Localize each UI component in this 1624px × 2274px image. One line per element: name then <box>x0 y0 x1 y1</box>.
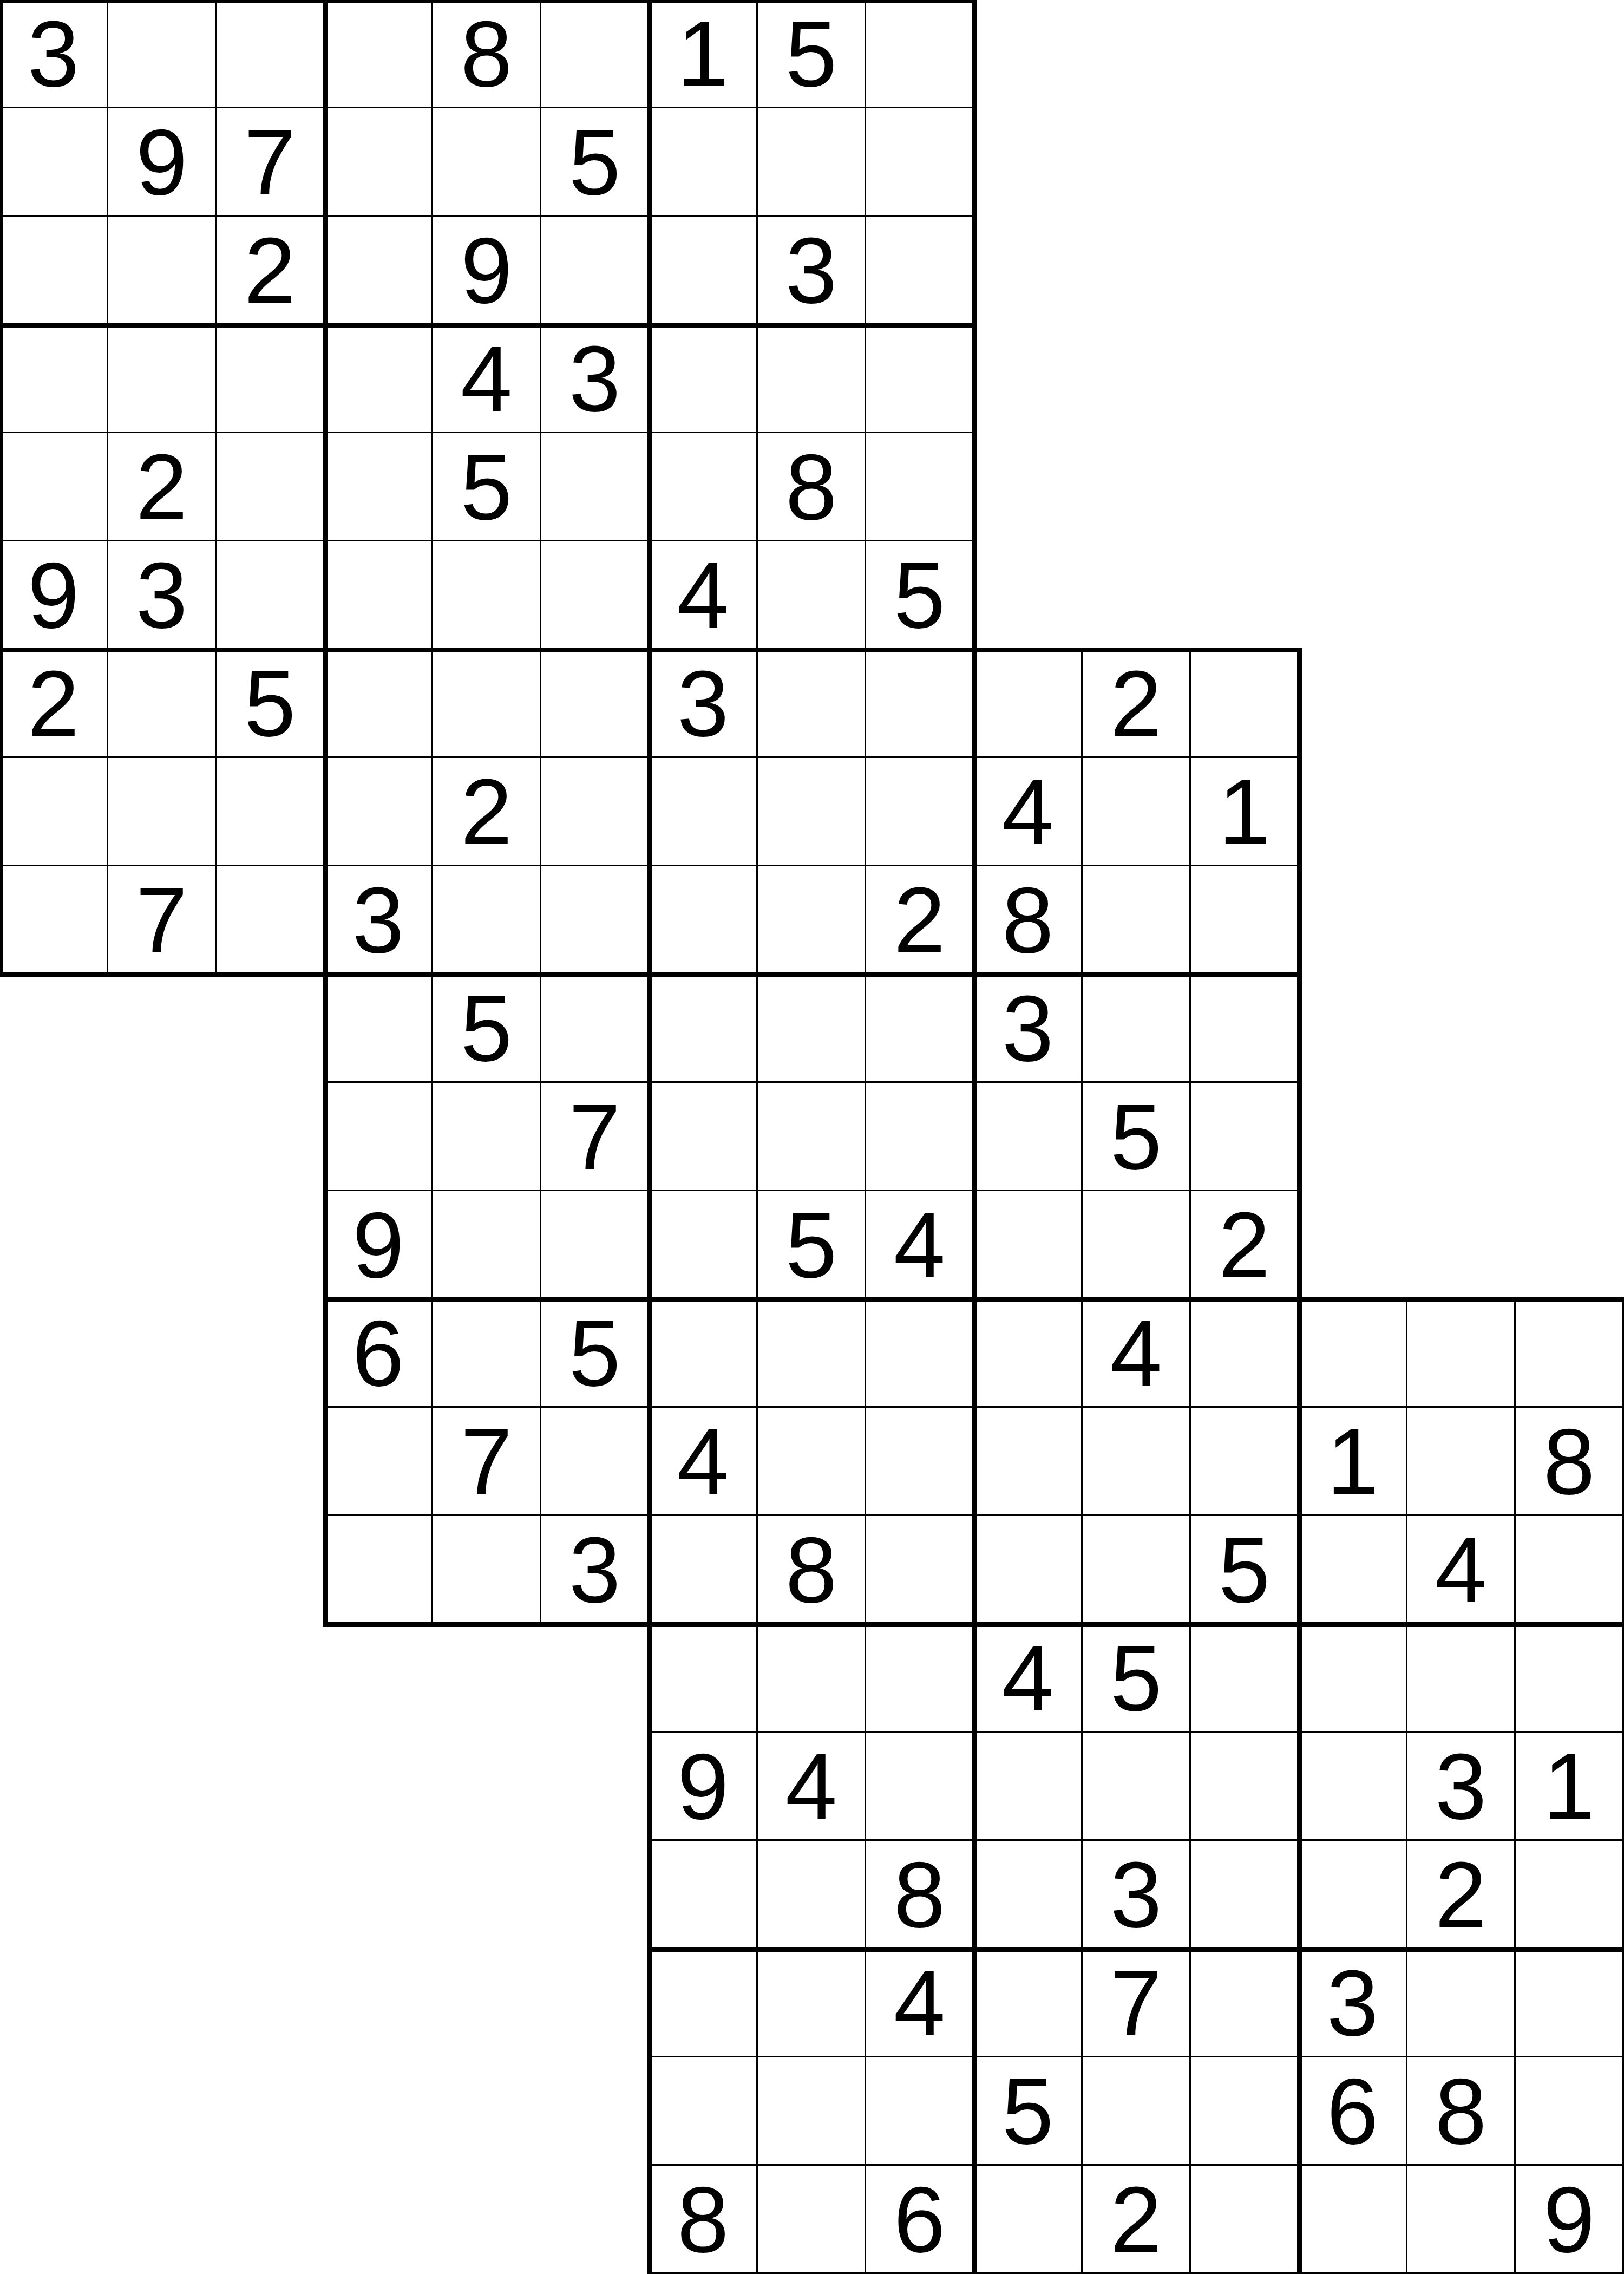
cell-r12c6-empty[interactable] <box>541 1191 650 1299</box>
cell-r19c12-empty[interactable] <box>1191 1949 1299 2057</box>
cell-r12c7-empty[interactable] <box>650 1191 758 1299</box>
cell-r13c12-empty[interactable] <box>1191 1299 1299 1408</box>
grid-3-hline-3 <box>647 1622 1624 1627</box>
cell-r14c5-given[interactable]: 7 <box>433 1408 541 1516</box>
cell-r8c5-given[interactable]: 2 <box>433 758 541 866</box>
cell-r3c7-empty[interactable] <box>650 217 758 325</box>
cell-r18c10-empty[interactable] <box>974 1841 1083 1949</box>
cell-r16c11-given[interactable]: 5 <box>1083 1624 1191 1733</box>
cell-r20c13-given[interactable]: 6 <box>1299 2057 1407 2166</box>
cell-r4c1-empty[interactable] <box>0 325 108 433</box>
cell-r19c13-given[interactable]: 3 <box>1299 1949 1407 2057</box>
cell-r10c8-empty[interactable] <box>758 975 866 1083</box>
grid-3-vline-3 <box>972 1297 977 2274</box>
grid-3-vline-0 <box>647 1297 652 2274</box>
cell-r18c9-given[interactable]: 8 <box>866 1841 974 1949</box>
cell-r9c10-given[interactable]: 8 <box>974 866 1083 975</box>
cell-r7c6-empty[interactable] <box>541 650 650 758</box>
cell-r16c13-empty[interactable] <box>1299 1624 1407 1733</box>
cell-r20c11-empty[interactable] <box>1083 2057 1191 2166</box>
cell-r10c11-empty[interactable] <box>1083 975 1191 1083</box>
cell-r14c11-empty[interactable] <box>1083 1408 1191 1516</box>
cell-r15c8-given[interactable]: 8 <box>758 1516 866 1624</box>
cell-r10c12-empty[interactable] <box>1191 975 1299 1083</box>
cell-r3c3-given[interactable]: 2 <box>217 217 325 325</box>
cell-r2c7-empty[interactable] <box>650 108 758 217</box>
cell-r11c12-empty[interactable] <box>1191 1083 1299 1191</box>
cell-r5c2-given[interactable]: 2 <box>108 433 217 541</box>
cell-r5c8-given[interactable]: 8 <box>758 433 866 541</box>
cell-r9c6-empty[interactable] <box>541 866 650 975</box>
cell-r11c5-empty[interactable] <box>433 1083 541 1191</box>
cell-r12c4-given[interactable]: 9 <box>325 1191 433 1299</box>
cell-r15c4-empty[interactable] <box>325 1516 433 1624</box>
cell-r19c9-given[interactable]: 4 <box>866 1949 974 2057</box>
cell-r14c14-empty[interactable] <box>1407 1408 1516 1516</box>
cell-r16c12-empty[interactable] <box>1191 1624 1299 1733</box>
cell-r18c14-given[interactable]: 2 <box>1407 1841 1516 1949</box>
cell-r17c15-given[interactable]: 1 <box>1516 1733 1624 1841</box>
cell-r10c10-given[interactable]: 3 <box>974 975 1083 1083</box>
cell-r20c10-given[interactable]: 5 <box>974 2057 1083 2166</box>
cell-r9c12-empty[interactable] <box>1191 866 1299 975</box>
cell-r7c10-empty[interactable] <box>974 650 1083 758</box>
cell-r2c2-given[interactable]: 9 <box>108 108 217 217</box>
cell-r10c9-empty[interactable] <box>866 975 974 1083</box>
cell-r19c7-empty[interactable] <box>650 1949 758 2057</box>
cell-r19c11-given[interactable]: 7 <box>1083 1949 1191 2057</box>
cell-r4c7-empty[interactable] <box>650 325 758 433</box>
cell-r6c8-empty[interactable] <box>758 541 866 650</box>
cell-r7c8-empty[interactable] <box>758 650 866 758</box>
cell-r4c8-empty[interactable] <box>758 325 866 433</box>
cell-r14c10-empty[interactable] <box>974 1408 1083 1516</box>
cell-r21c12-empty[interactable] <box>1191 2166 1299 2274</box>
cell-r6c4-empty[interactable] <box>325 541 433 650</box>
cell-r15c6-given[interactable]: 3 <box>541 1516 650 1624</box>
cell-r2c9-empty[interactable] <box>866 108 974 217</box>
cell-r8c9-empty[interactable] <box>866 758 974 866</box>
grid-1-vline-0 <box>0 0 3 977</box>
cell-r12c9-given[interactable]: 4 <box>866 1191 974 1299</box>
cell-r16c14-empty[interactable] <box>1407 1624 1516 1733</box>
cell-r15c7-empty[interactable] <box>650 1516 758 1624</box>
cell-r18c13-empty[interactable] <box>1299 1841 1407 1949</box>
cell-r11c11-given[interactable]: 5 <box>1083 1083 1191 1191</box>
cell-r13c14-empty[interactable] <box>1407 1299 1516 1408</box>
cell-r16c10-given[interactable]: 4 <box>974 1624 1083 1733</box>
cell-r15c12-given[interactable]: 5 <box>1191 1516 1299 1624</box>
cell-r6c2-given[interactable]: 3 <box>108 541 217 650</box>
grid-3-hline-0 <box>647 1297 1624 1302</box>
cell-r21c11-given[interactable]: 2 <box>1083 2166 1191 2274</box>
cell-r1c7-given[interactable]: 1 <box>650 0 758 108</box>
cell-r20c12-empty[interactable] <box>1191 2057 1299 2166</box>
cell-r7c12-empty[interactable] <box>1191 650 1299 758</box>
cell-r6c7-given[interactable]: 4 <box>650 541 758 650</box>
cell-r8c2-empty[interactable] <box>108 758 217 866</box>
cell-r4c5-given[interactable]: 4 <box>433 325 541 433</box>
cell-r8c11-empty[interactable] <box>1083 758 1191 866</box>
cell-r14c8-empty[interactable] <box>758 1408 866 1516</box>
cell-r20c7-empty[interactable] <box>650 2057 758 2166</box>
cell-r8c10-given[interactable]: 4 <box>974 758 1083 866</box>
cell-r12c11-empty[interactable] <box>1083 1191 1191 1299</box>
cell-r5c1-empty[interactable] <box>0 433 108 541</box>
cell-r14c7-given[interactable]: 4 <box>650 1408 758 1516</box>
cell-r1c3-empty[interactable] <box>217 0 325 108</box>
cell-r2c3-given[interactable]: 7 <box>217 108 325 217</box>
puzzle-board: 3815975293432589345253224173285375954265… <box>0 0 1624 2274</box>
cell-r2c1-empty[interactable] <box>0 108 108 217</box>
cell-r13c10-empty[interactable] <box>974 1299 1083 1408</box>
cell-r18c12-empty[interactable] <box>1191 1841 1299 1949</box>
cell-r9c9-given[interactable]: 2 <box>866 866 974 975</box>
cell-r8c6-empty[interactable] <box>541 758 650 866</box>
cell-r3c6-empty[interactable] <box>541 217 650 325</box>
cell-r9c7-empty[interactable] <box>650 866 758 975</box>
cell-r7c11-given[interactable]: 2 <box>1083 650 1191 758</box>
cell-r7c4-empty[interactable] <box>325 650 433 758</box>
cell-r7c1-given[interactable]: 2 <box>0 650 108 758</box>
cell-r6c3-empty[interactable] <box>217 541 325 650</box>
cell-r9c4-given[interactable]: 3 <box>325 866 433 975</box>
cell-r1c8-given[interactable]: 5 <box>758 0 866 108</box>
cell-r1c1-given[interactable]: 3 <box>0 0 108 108</box>
cell-r18c15-empty[interactable] <box>1516 1841 1624 1949</box>
cell-r8c12-given[interactable]: 1 <box>1191 758 1299 866</box>
cell-r15c13-empty[interactable] <box>1299 1516 1407 1624</box>
cell-r9c3-empty[interactable] <box>217 866 325 975</box>
grid-1-hline-0 <box>0 0 977 3</box>
cell-r1c4-empty[interactable] <box>325 0 433 108</box>
cell-r21c9-given[interactable]: 6 <box>866 2166 974 2274</box>
cell-r16c8-empty[interactable] <box>758 1624 866 1733</box>
cell-r2c8-empty[interactable] <box>758 108 866 217</box>
cell-r12c8-given[interactable]: 5 <box>758 1191 866 1299</box>
cell-r10c5-given[interactable]: 5 <box>433 975 541 1083</box>
cell-r13c8-empty[interactable] <box>758 1299 866 1408</box>
cell-r19c8-empty[interactable] <box>758 1949 866 2057</box>
cell-r3c9-empty[interactable] <box>866 217 974 325</box>
cell-r13c5-empty[interactable] <box>433 1299 541 1408</box>
cell-r20c8-empty[interactable] <box>758 2057 866 2166</box>
cell-r12c12-given[interactable]: 2 <box>1191 1191 1299 1299</box>
cell-r2c5-empty[interactable] <box>433 108 541 217</box>
cell-r3c8-given[interactable]: 3 <box>758 217 866 325</box>
cell-r12c10-empty[interactable] <box>974 1191 1083 1299</box>
grid-2-vline-0 <box>323 648 328 1627</box>
cell-r18c7-empty[interactable] <box>650 1841 758 1949</box>
grid-3-vline-6 <box>1297 1297 1302 2274</box>
cell-r15c5-empty[interactable] <box>433 1516 541 1624</box>
cell-r2c4-empty[interactable] <box>325 108 433 217</box>
cell-r14c4-empty[interactable] <box>325 1408 433 1516</box>
cell-r17c14-given[interactable]: 3 <box>1407 1733 1516 1841</box>
grid-3-vline-9 <box>1622 1297 1624 2274</box>
cell-r11c6-given[interactable]: 7 <box>541 1083 650 1191</box>
cell-r7c2-empty[interactable] <box>108 650 217 758</box>
cell-r21c14-empty[interactable] <box>1407 2166 1516 2274</box>
cell-r18c8-empty[interactable] <box>758 1841 866 1949</box>
cell-r14c13-given[interactable]: 1 <box>1299 1408 1407 1516</box>
cell-r10c4-empty[interactable] <box>325 975 433 1083</box>
cell-r17c13-empty[interactable] <box>1299 1733 1407 1841</box>
cell-r17c12-empty[interactable] <box>1191 1733 1299 1841</box>
cell-r14c12-empty[interactable] <box>1191 1408 1299 1516</box>
cell-r13c13-empty[interactable] <box>1299 1299 1407 1408</box>
cell-r12c5-empty[interactable] <box>433 1191 541 1299</box>
cell-r9c8-empty[interactable] <box>758 866 866 975</box>
cell-r21c15-given[interactable]: 9 <box>1516 2166 1624 2274</box>
cell-r20c14-given[interactable]: 8 <box>1407 2057 1516 2166</box>
cell-r13c15-empty[interactable] <box>1516 1299 1624 1408</box>
cell-r16c15-empty[interactable] <box>1516 1624 1624 1733</box>
cell-r9c11-empty[interactable] <box>1083 866 1191 975</box>
cell-r9c1-empty[interactable] <box>0 866 108 975</box>
cell-r1c5-given[interactable]: 8 <box>433 0 541 108</box>
cell-r7c7-given[interactable]: 3 <box>650 650 758 758</box>
cell-r16c7-empty[interactable] <box>650 1624 758 1733</box>
cell-r13c9-empty[interactable] <box>866 1299 974 1408</box>
cell-r15c14-given[interactable]: 4 <box>1407 1516 1516 1624</box>
cell-r21c13-empty[interactable] <box>1299 2166 1407 2274</box>
cell-r8c7-empty[interactable] <box>650 758 758 866</box>
cell-r19c10-empty[interactable] <box>974 1949 1083 2057</box>
cell-r10c6-empty[interactable] <box>541 975 650 1083</box>
cell-r6c1-given[interactable]: 9 <box>0 541 108 650</box>
cell-r5c6-empty[interactable] <box>541 433 650 541</box>
cell-r6c5-empty[interactable] <box>433 541 541 650</box>
cell-r11c7-empty[interactable] <box>650 1083 758 1191</box>
cell-r4c6-given[interactable]: 3 <box>541 325 650 433</box>
cell-r17c11-empty[interactable] <box>1083 1733 1191 1841</box>
cell-r6c6-empty[interactable] <box>541 541 650 650</box>
cell-r13c11-given[interactable]: 4 <box>1083 1299 1191 1408</box>
cell-r8c1-empty[interactable] <box>0 758 108 866</box>
cell-r14c6-empty[interactable] <box>541 1408 650 1516</box>
cell-r20c15-empty[interactable] <box>1516 2057 1624 2166</box>
cell-r3c5-given[interactable]: 9 <box>433 217 541 325</box>
cell-r17c9-empty[interactable] <box>866 1733 974 1841</box>
cell-r5c9-empty[interactable] <box>866 433 974 541</box>
cell-r3c2-empty[interactable] <box>108 217 217 325</box>
cell-r9c2-given[interactable]: 7 <box>108 866 217 975</box>
cell-r4c2-empty[interactable] <box>108 325 217 433</box>
cell-r15c10-empty[interactable] <box>974 1516 1083 1624</box>
cell-r3c1-empty[interactable] <box>0 217 108 325</box>
cell-r1c6-empty[interactable] <box>541 0 650 108</box>
cell-r3c4-empty[interactable] <box>325 217 433 325</box>
cell-r21c8-empty[interactable] <box>758 2166 866 2274</box>
grid-3-hline-6 <box>647 1947 1624 1952</box>
cell-r14c9-empty[interactable] <box>866 1408 974 1516</box>
cell-r5c5-given[interactable]: 5 <box>433 433 541 541</box>
cell-r5c3-empty[interactable] <box>217 433 325 541</box>
cell-r5c4-empty[interactable] <box>325 433 433 541</box>
cell-r17c10-empty[interactable] <box>974 1733 1083 1841</box>
cell-r17c7-given[interactable]: 9 <box>650 1733 758 1841</box>
cell-r11c9-empty[interactable] <box>866 1083 974 1191</box>
cell-r1c2-empty[interactable] <box>108 0 217 108</box>
cell-r2c6-given[interactable]: 5 <box>541 108 650 217</box>
cell-r11c10-empty[interactable] <box>974 1083 1083 1191</box>
cell-r8c8-empty[interactable] <box>758 758 866 866</box>
cell-r10c7-empty[interactable] <box>650 975 758 1083</box>
cell-r14c15-given[interactable]: 8 <box>1516 1408 1624 1516</box>
cell-r4c3-empty[interactable] <box>217 325 325 433</box>
cell-r15c15-empty[interactable] <box>1516 1516 1624 1624</box>
cell-r6c9-given[interactable]: 5 <box>866 541 974 650</box>
cell-r15c9-empty[interactable] <box>866 1516 974 1624</box>
cell-r9c5-empty[interactable] <box>433 866 541 975</box>
cell-r21c10-empty[interactable] <box>974 2166 1083 2274</box>
cell-r19c15-empty[interactable] <box>1516 1949 1624 2057</box>
cell-r7c3-given[interactable]: 5 <box>217 650 325 758</box>
grid-2-hline-3 <box>323 972 1302 977</box>
cell-r13c7-empty[interactable] <box>650 1299 758 1408</box>
cell-r15c11-empty[interactable] <box>1083 1516 1191 1624</box>
cell-r8c3-empty[interactable] <box>217 758 325 866</box>
cell-r7c5-empty[interactable] <box>433 650 541 758</box>
cell-r16c9-empty[interactable] <box>866 1624 974 1733</box>
cell-r13c4-given[interactable]: 6 <box>325 1299 433 1408</box>
cell-r8c4-empty[interactable] <box>325 758 433 866</box>
cell-r5c7-empty[interactable] <box>650 433 758 541</box>
grid-3-hline-9 <box>647 2272 1624 2274</box>
cell-r7c9-empty[interactable] <box>866 650 974 758</box>
cell-r4c9-empty[interactable] <box>866 325 974 433</box>
cell-r11c4-empty[interactable] <box>325 1083 433 1191</box>
cell-r18c11-given[interactable]: 3 <box>1083 1841 1191 1949</box>
grid-1-hline-3 <box>0 323 977 328</box>
cell-r19c14-empty[interactable] <box>1407 1949 1516 2057</box>
cell-r13c6-given[interactable]: 5 <box>541 1299 650 1408</box>
cell-r20c9-empty[interactable] <box>866 2057 974 2166</box>
cell-r17c8-given[interactable]: 4 <box>758 1733 866 1841</box>
cell-r1c9-empty[interactable] <box>866 0 974 108</box>
cell-r11c8-empty[interactable] <box>758 1083 866 1191</box>
grid-2-hline-0 <box>323 648 1302 652</box>
cell-r21c7-given[interactable]: 8 <box>650 2166 758 2274</box>
cell-r4c4-empty[interactable] <box>325 325 433 433</box>
